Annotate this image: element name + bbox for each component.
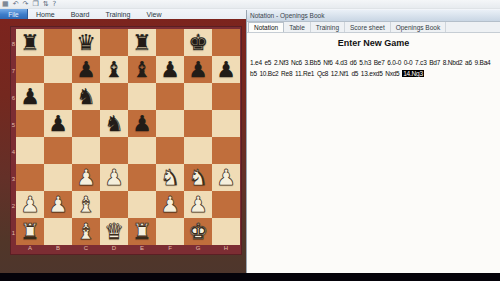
square-h2[interactable] — [212, 191, 240, 218]
piece-white-pawn: ♟ — [184, 191, 212, 218]
panel-tab-row: Notation Table Training Score sheet Open… — [247, 22, 500, 33]
piece-black-rook: ♜ — [128, 29, 156, 56]
piece-black-pawn: ♟ — [212, 56, 240, 83]
help-icon[interactable]: ? — [53, 0, 57, 8]
square-c1[interactable]: ♝ — [72, 218, 100, 245]
square-h8[interactable] — [212, 29, 240, 56]
redo-icon[interactable]: ↷ — [23, 0, 29, 8]
square-d8[interactable] — [100, 29, 128, 56]
piece-black-knight: ♞ — [100, 110, 128, 137]
piece-black-rook: ♜ — [16, 29, 44, 56]
tab-notation[interactable]: Notation — [248, 22, 284, 32]
board-background: 87654321 ♜♛♜♚♟♝♝♟♟♟♟♞♟♞♟♟♟♞♞♟♟♟♝♟♟♜♝♛♜♚ … — [0, 19, 246, 273]
piece-black-pawn: ♟ — [156, 56, 184, 83]
square-d2[interactable] — [100, 191, 128, 218]
tab-openings-book[interactable]: Openings Book — [391, 22, 446, 32]
square-h1[interactable] — [212, 218, 240, 245]
piece-white-bishop: ♝ — [72, 218, 100, 245]
panel-title: Notation - Openings Book — [250, 12, 324, 19]
square-e1[interactable]: ♜ — [128, 218, 156, 245]
current-move[interactable]: 14.Ng3 — [402, 70, 424, 77]
square-b8[interactable] — [44, 29, 72, 56]
window-icon[interactable]: ❐ — [32, 0, 38, 8]
square-f7[interactable]: ♟ — [156, 56, 184, 83]
square-a2[interactable]: ♟ — [16, 191, 44, 218]
bottom-black-bar — [0, 273, 500, 281]
tab-training[interactable]: Training — [311, 22, 345, 32]
square-e5[interactable]: ♟ — [128, 110, 156, 137]
square-c6[interactable]: ♞ — [72, 83, 100, 110]
menu-item-home[interactable]: Home — [28, 9, 63, 19]
square-h6[interactable] — [212, 83, 240, 110]
board-grid: ♜♛♜♚♟♝♝♟♟♟♟♞♟♞♟♟♟♞♞♟♟♟♝♟♟♜♝♛♜♚ — [16, 29, 240, 245]
square-f3[interactable]: ♞ — [156, 164, 184, 191]
square-c4[interactable] — [72, 137, 100, 164]
square-d4[interactable] — [100, 137, 128, 164]
square-a8[interactable]: ♜ — [16, 29, 44, 56]
menu-item-board[interactable]: Board — [63, 9, 98, 19]
square-b4[interactable] — [44, 137, 72, 164]
square-e6[interactable] — [128, 83, 156, 110]
piece-white-king: ♚ — [184, 218, 212, 245]
square-f6[interactable] — [156, 83, 184, 110]
square-c5[interactable] — [72, 110, 100, 137]
piece-white-knight: ♞ — [156, 164, 184, 191]
square-g3[interactable]: ♞ — [184, 164, 212, 191]
square-e8[interactable]: ♜ — [128, 29, 156, 56]
panel-titlebar: Notation - Openings Book — [247, 10, 500, 22]
piece-black-pawn: ♟ — [72, 56, 100, 83]
square-b7[interactable] — [44, 56, 72, 83]
quick-access-toolbar: ▦ ↶ ↷ ❐ ⇅ ? — [0, 0, 500, 9]
square-b6[interactable] — [44, 83, 72, 110]
piece-white-pawn: ♟ — [212, 164, 240, 191]
square-e3[interactable] — [128, 164, 156, 191]
piece-white-queen: ♛ — [100, 218, 128, 245]
piece-white-pawn: ♟ — [156, 191, 184, 218]
square-b1[interactable] — [44, 218, 72, 245]
square-a3[interactable] — [16, 164, 44, 191]
piece-white-pawn: ♟ — [72, 164, 100, 191]
moves-text[interactable]: 1.e4 e5 2.Nf3 Nc6 3.Bb5 Nf6 4.d3 d6 5.h3… — [250, 59, 491, 77]
square-b5[interactable]: ♟ — [44, 110, 72, 137]
square-g7[interactable]: ♟ — [184, 56, 212, 83]
piece-black-bishop: ♝ — [128, 56, 156, 83]
file-label-c: C — [72, 243, 100, 254]
square-c2[interactable]: ♝ — [72, 191, 100, 218]
square-f5[interactable] — [156, 110, 184, 137]
file-label-g: G — [184, 243, 212, 254]
square-g1[interactable]: ♚ — [184, 218, 212, 245]
piece-black-knight: ♞ — [72, 83, 100, 110]
file-label-d: D — [100, 243, 128, 254]
square-g5[interactable] — [184, 110, 212, 137]
piece-black-queen: ♛ — [72, 29, 100, 56]
square-g8[interactable]: ♚ — [184, 29, 212, 56]
square-g4[interactable] — [184, 137, 212, 164]
square-h3[interactable]: ♟ — [212, 164, 240, 191]
file-label-b: B — [44, 243, 72, 254]
square-f4[interactable] — [156, 137, 184, 164]
square-g6[interactable] — [184, 83, 212, 110]
menu-item-training[interactable]: Training — [97, 9, 138, 19]
square-h4[interactable] — [212, 137, 240, 164]
file-labels: ABCDEFGH — [16, 243, 240, 254]
piece-black-king: ♚ — [184, 29, 212, 56]
arrows-icon[interactable]: ⇅ — [43, 0, 49, 8]
board-icon[interactable]: ▦ — [2, 0, 9, 8]
square-f8[interactable] — [156, 29, 184, 56]
square-c3[interactable]: ♟ — [72, 164, 100, 191]
square-d1[interactable]: ♛ — [100, 218, 128, 245]
file-label-e: E — [128, 243, 156, 254]
file-label-a: A — [16, 243, 44, 254]
piece-black-bishop: ♝ — [100, 56, 128, 83]
square-c7[interactable]: ♟ — [72, 56, 100, 83]
file-menu-button[interactable]: File — [0, 9, 28, 19]
square-e7[interactable]: ♝ — [128, 56, 156, 83]
piece-white-pawn: ♟ — [100, 164, 128, 191]
chess-board: 87654321 ♜♛♜♚♟♝♝♟♟♟♟♞♟♞♟♟♟♞♞♟♟♟♝♟♟♜♝♛♜♚ … — [10, 26, 242, 255]
square-e2[interactable] — [128, 191, 156, 218]
piece-white-knight: ♞ — [184, 164, 212, 191]
square-d7[interactable]: ♝ — [100, 56, 128, 83]
square-g2[interactable]: ♟ — [184, 191, 212, 218]
file-label-h: H — [212, 243, 240, 254]
notation-content: Enter New Game 1.e4 e5 2.Nf3 Nc6 3.Bb5 N… — [247, 33, 500, 273]
square-a1[interactable]: ♜ — [16, 218, 44, 245]
tab-table[interactable]: Table — [284, 22, 311, 32]
square-a7[interactable] — [16, 56, 44, 83]
piece-white-pawn: ♟ — [16, 191, 44, 218]
piece-white-pawn: ♟ — [44, 191, 72, 218]
square-f1[interactable] — [156, 218, 184, 245]
file-label-f: F — [156, 243, 184, 254]
square-e4[interactable] — [128, 137, 156, 164]
piece-white-rook: ♜ — [128, 218, 156, 245]
piece-white-bishop: ♝ — [72, 191, 100, 218]
square-f2[interactable]: ♟ — [156, 191, 184, 218]
menu-item-view[interactable]: View — [138, 9, 169, 19]
square-h7[interactable]: ♟ — [212, 56, 240, 83]
square-d3[interactable]: ♟ — [100, 164, 128, 191]
piece-black-pawn: ♟ — [44, 110, 72, 137]
piece-black-pawn: ♟ — [184, 56, 212, 83]
piece-white-rook: ♜ — [16, 218, 44, 245]
square-b2[interactable]: ♟ — [44, 191, 72, 218]
square-a5[interactable] — [16, 110, 44, 137]
square-d5[interactable]: ♞ — [100, 110, 128, 137]
square-a4[interactable] — [16, 137, 44, 164]
square-b3[interactable] — [44, 164, 72, 191]
square-c8[interactable]: ♛ — [72, 29, 100, 56]
square-a6[interactable]: ♟ — [16, 83, 44, 110]
tab-score-sheet[interactable]: Score sheet — [345, 22, 391, 32]
notation-panel: Notation - Openings Book Notation Table … — [246, 10, 500, 273]
square-h5[interactable] — [212, 110, 240, 137]
game-header: Enter New Game — [247, 38, 500, 48]
move-list[interactable]: 1.e4 e5 2.Nf3 Nc6 3.Bb5 Nf6 4.d3 d6 5.h3… — [250, 57, 498, 79]
piece-black-pawn: ♟ — [128, 110, 156, 137]
piece-black-pawn: ♟ — [16, 83, 44, 110]
square-d6[interactable] — [100, 83, 128, 110]
undo-icon[interactable]: ↶ — [13, 0, 19, 8]
